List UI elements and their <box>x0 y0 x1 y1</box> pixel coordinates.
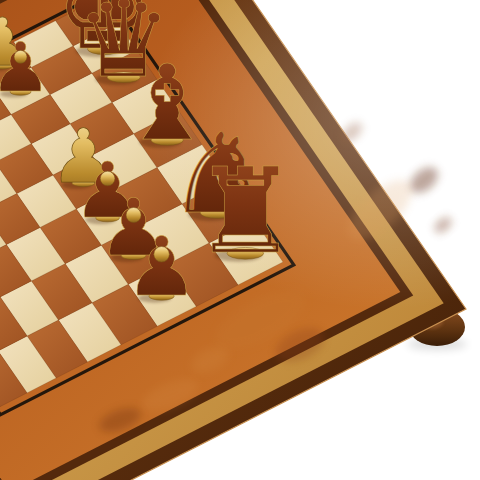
piece-black-pawn-g6[interactable]: ♟ <box>0 28 51 107</box>
chess-board: ♟♟♚♛♟♟♝♟♟♞♜ <box>0 0 480 480</box>
chess-board-photo: ♟♟♚♛♟♟♝♟♟♞♜ chess <box>0 0 480 480</box>
pawn-glyph: ♟ <box>0 28 51 107</box>
piece-black-rook-a8[interactable]: ♜ <box>193 143 299 280</box>
rook-glyph: ♜ <box>193 143 299 280</box>
pawn-brass-head <box>154 247 170 263</box>
pawn-brass-head <box>14 50 27 63</box>
